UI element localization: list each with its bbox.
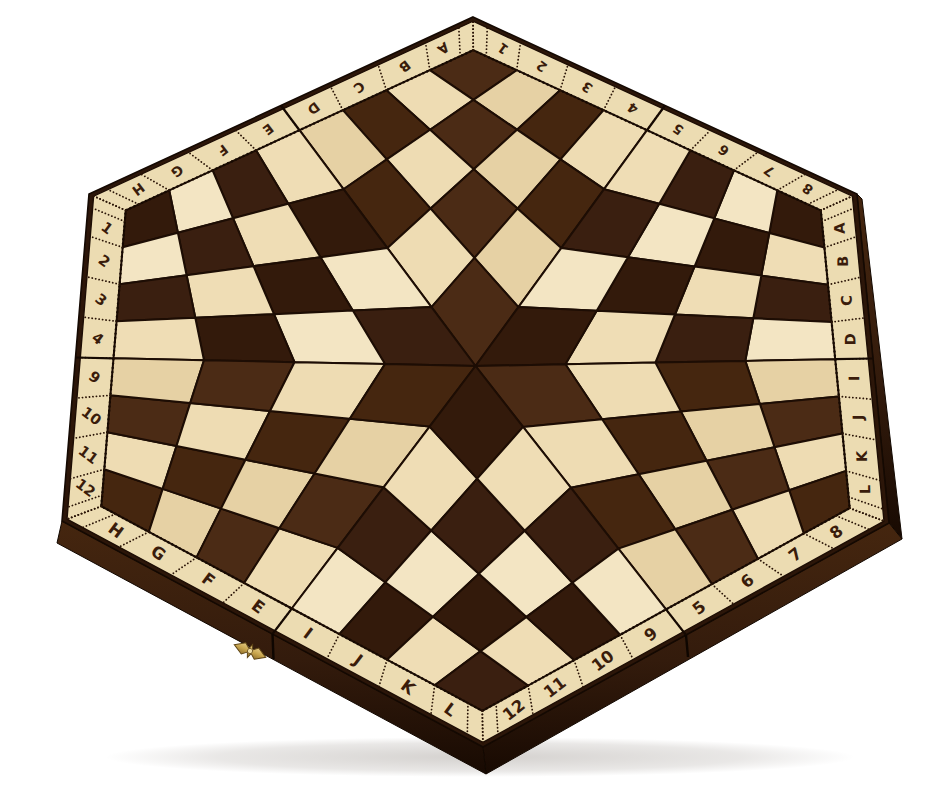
cell-H9[interactable] xyxy=(110,358,204,403)
fold-seam-right xyxy=(835,359,873,360)
label-right-D: D xyxy=(842,333,858,345)
three-player-chess-board-photo: ABCDEFGH12345678ABCDIJKL87659101112HGFEI… xyxy=(0,0,948,800)
label-right-J: J xyxy=(850,415,866,422)
label-right-C: C xyxy=(839,295,855,306)
label-right-A: A xyxy=(832,222,848,234)
label-right-I: I xyxy=(846,376,862,382)
side-seam-bottom-left xyxy=(273,634,274,659)
label-right-B: B xyxy=(835,256,851,267)
cell-H3[interactable] xyxy=(117,275,196,321)
board-svg: ABCDEFGH12345678ABCDIJKL87659101112HGFEI… xyxy=(0,0,948,800)
label-right-K: K xyxy=(854,450,870,462)
cell-H4[interactable] xyxy=(114,318,205,360)
cell-D8[interactable] xyxy=(745,318,835,361)
label-right-L: L xyxy=(857,485,873,495)
fold-seam-left xyxy=(76,358,114,359)
